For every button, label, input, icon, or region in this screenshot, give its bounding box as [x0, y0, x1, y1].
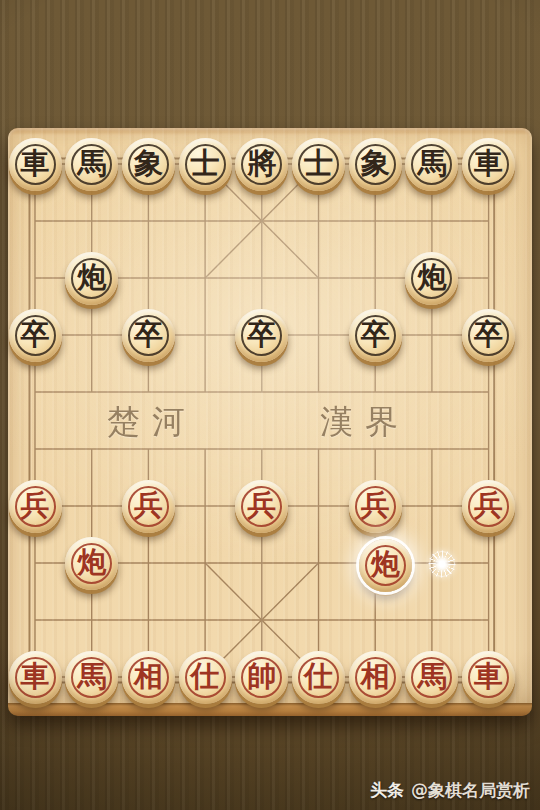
- piece-black-chariot[interactable]: 車: [9, 138, 62, 191]
- piece-character: 炮: [417, 263, 446, 292]
- watermark: 头条 @象棋名局赏析: [370, 779, 530, 802]
- piece-red-advisor[interactable]: 仕: [179, 651, 232, 704]
- piece-character: 兵: [361, 491, 390, 520]
- piece-red-advisor[interactable]: 仕: [292, 651, 345, 704]
- piece-black-horse[interactable]: 馬: [405, 138, 458, 191]
- piece-black-elephant[interactable]: 象: [349, 138, 402, 191]
- piece-character: 仕: [304, 662, 333, 691]
- piece-black-soldier[interactable]: 卒: [462, 309, 515, 362]
- piece-red-chariot[interactable]: 車: [9, 651, 62, 704]
- piece-black-elephant[interactable]: 象: [122, 138, 175, 191]
- piece-red-soldier[interactable]: 兵: [349, 480, 402, 533]
- piece-character: 車: [474, 662, 503, 691]
- piece-black-cannon[interactable]: 炮: [405, 252, 458, 305]
- board-surface: 楚河 漢界 車馬象士將士象馬車炮炮卒卒卒卒卒兵兵兵兵兵炮炮車馬相仕帥仕相馬車: [8, 128, 532, 703]
- piece-red-chariot[interactable]: 車: [462, 651, 515, 704]
- piece-character: 卒: [474, 320, 503, 349]
- piece-character: 車: [474, 149, 503, 178]
- piece-red-elephant[interactable]: 相: [349, 651, 402, 704]
- piece-character: 炮: [77, 263, 106, 292]
- piece-red-general[interactable]: 帥: [235, 651, 288, 704]
- piece-character: 馬: [417, 149, 446, 178]
- pieces-layer: 車馬象士將士象馬車炮炮卒卒卒卒卒兵兵兵兵兵炮炮車馬相仕帥仕相馬車: [8, 128, 532, 703]
- piece-red-cannon[interactable]: 炮: [65, 537, 118, 590]
- piece-character: 炮: [77, 548, 106, 577]
- piece-red-elephant[interactable]: 相: [122, 651, 175, 704]
- piece-character: 相: [361, 662, 390, 691]
- piece-black-soldier[interactable]: 卒: [349, 309, 402, 362]
- piece-red-horse[interactable]: 馬: [65, 651, 118, 704]
- piece-character: 馬: [77, 662, 106, 691]
- piece-character: 象: [134, 149, 163, 178]
- piece-character: 仕: [191, 662, 220, 691]
- piece-character: 帥: [247, 662, 276, 691]
- piece-black-advisor[interactable]: 士: [179, 138, 232, 191]
- app-background: { "game": "xiangqi", "position": { "fen"…: [0, 0, 540, 810]
- piece-red-horse[interactable]: 馬: [405, 651, 458, 704]
- piece-character: 兵: [134, 491, 163, 520]
- piece-red-soldier[interactable]: 兵: [235, 480, 288, 533]
- xiangqi-board[interactable]: 楚河 漢界 車馬象士將士象馬車炮炮卒卒卒卒卒兵兵兵兵兵炮炮車馬相仕帥仕相馬車: [8, 128, 532, 716]
- piece-black-general[interactable]: 將: [235, 138, 288, 191]
- piece-character: 卒: [361, 320, 390, 349]
- piece-character: 兵: [21, 491, 50, 520]
- piece-black-soldier[interactable]: 卒: [122, 309, 175, 362]
- piece-character: 相: [134, 662, 163, 691]
- piece-character: 卒: [134, 320, 163, 349]
- watermark-brand-logo: 头条: [370, 779, 404, 802]
- piece-black-horse[interactable]: 馬: [65, 138, 118, 191]
- piece-character: 士: [191, 149, 220, 178]
- piece-character: 卒: [21, 320, 50, 349]
- piece-black-cannon[interactable]: 炮: [65, 252, 118, 305]
- piece-character: 兵: [247, 491, 276, 520]
- watermark-handle: @象棋名局赏析: [411, 779, 530, 802]
- piece-red-soldier[interactable]: 兵: [122, 480, 175, 533]
- piece-character: 將: [247, 149, 276, 178]
- piece-character: 卒: [247, 320, 276, 349]
- piece-red-soldier[interactable]: 兵: [9, 480, 62, 533]
- piece-character: 車: [21, 149, 50, 178]
- piece-character: 馬: [417, 662, 446, 691]
- piece-character: 兵: [474, 491, 503, 520]
- piece-black-advisor[interactable]: 士: [292, 138, 345, 191]
- piece-black-chariot[interactable]: 車: [462, 138, 515, 191]
- piece-red-soldier[interactable]: 兵: [462, 480, 515, 533]
- piece-black-soldier[interactable]: 卒: [9, 309, 62, 362]
- piece-character: 士: [304, 149, 333, 178]
- piece-character: 炮: [371, 550, 400, 579]
- piece-character: 車: [21, 662, 50, 691]
- piece-character: 馬: [77, 149, 106, 178]
- piece-red-cannon[interactable]: 炮: [359, 539, 412, 592]
- piece-character: 象: [361, 149, 390, 178]
- piece-black-soldier[interactable]: 卒: [235, 309, 288, 362]
